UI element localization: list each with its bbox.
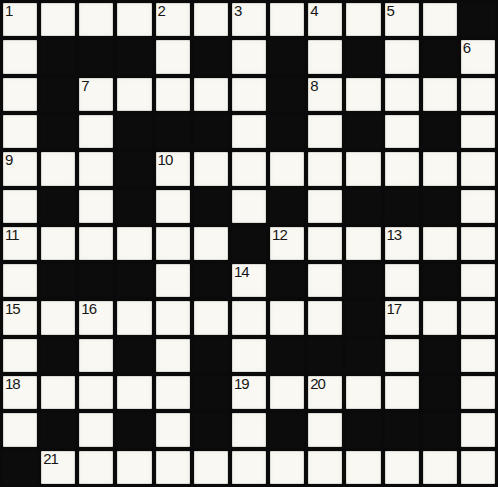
cell-r9c11[interactable]: 17	[385, 301, 419, 334]
cell-r1c9[interactable]: 4	[308, 3, 342, 36]
cell-r1c7[interactable]: 3	[232, 3, 266, 36]
clue-number-20: 20	[310, 376, 325, 392]
cell-r9c8[interactable]	[270, 301, 304, 334]
cell-r9c5[interactable]	[156, 301, 190, 334]
cell-r13c11[interactable]	[385, 451, 419, 484]
cell-r1c10[interactable]	[346, 3, 380, 36]
block-cell-r6c2	[41, 190, 75, 223]
cell-r8c9[interactable]	[308, 264, 342, 297]
block-cell-r2c10	[346, 40, 380, 73]
cell-r4c13[interactable]	[461, 115, 495, 148]
cell-r7c2[interactable]	[41, 227, 75, 260]
clue-number-6: 6	[463, 40, 470, 56]
block-cell-r8c3	[79, 264, 113, 297]
block-cell-r8c4	[117, 264, 151, 297]
block-cell-r8c10	[346, 264, 380, 297]
clue-number-14: 14	[234, 264, 249, 280]
cell-r6c1[interactable]	[3, 190, 37, 223]
clue-number-4: 4	[310, 3, 317, 19]
cell-r11c13[interactable]	[461, 376, 495, 409]
crossword-board: 123456789101112131415161718192021	[0, 0, 498, 487]
clue-number-15: 15	[5, 301, 20, 317]
cell-r5c1[interactable]: 9	[3, 152, 37, 185]
block-cell-r2c4	[117, 40, 151, 73]
block-cell-r2c3	[79, 40, 113, 73]
cell-r9c6[interactable]	[194, 301, 228, 334]
block-cell-r6c6	[194, 190, 228, 223]
cell-r12c1[interactable]	[3, 413, 37, 446]
cell-r5c10[interactable]	[346, 152, 380, 185]
block-cell-r6c11	[385, 190, 419, 223]
cell-r2c1[interactable]	[3, 40, 37, 73]
clue-number-12: 12	[272, 227, 287, 243]
cell-r11c11[interactable]	[385, 376, 419, 409]
cell-r10c11[interactable]	[385, 339, 419, 372]
block-cell-r6c10	[346, 190, 380, 223]
cell-r2c9[interactable]	[308, 40, 342, 73]
cell-r5c11[interactable]	[385, 152, 419, 185]
block-cell-r4c2	[41, 115, 75, 148]
cell-r8c13[interactable]	[461, 264, 495, 297]
cell-r12c7[interactable]	[232, 413, 266, 446]
cell-r13c5[interactable]	[156, 451, 190, 484]
cell-r7c9[interactable]	[308, 227, 342, 260]
block-cell-r11c12	[423, 376, 457, 409]
cell-r10c7[interactable]	[232, 339, 266, 372]
clue-number-18: 18	[5, 376, 20, 392]
cell-r9c4[interactable]	[117, 301, 151, 334]
block-cell-r8c12	[423, 264, 457, 297]
block-cell-r4c5	[156, 115, 190, 148]
cell-r10c3[interactable]	[79, 339, 113, 372]
cell-r1c11[interactable]: 5	[385, 3, 419, 36]
cell-r11c2[interactable]	[41, 376, 75, 409]
cell-r1c2[interactable]	[41, 3, 75, 36]
block-cell-r8c2	[41, 264, 75, 297]
block-cell-r4c8	[270, 115, 304, 148]
block-cell-r10c9	[308, 339, 342, 372]
cell-r10c5[interactable]	[156, 339, 190, 372]
cell-r3c7[interactable]	[232, 78, 266, 111]
cell-r10c1[interactable]	[3, 339, 37, 372]
cell-r11c3[interactable]	[79, 376, 113, 409]
cell-r2c13[interactable]: 6	[461, 40, 495, 73]
cell-r7c1[interactable]: 11	[3, 227, 37, 260]
block-cell-r1c13	[461, 3, 495, 36]
cell-r7c10[interactable]	[346, 227, 380, 260]
block-cell-r4c10	[346, 115, 380, 148]
cell-r3c1[interactable]	[3, 78, 37, 111]
cell-r9c13[interactable]	[461, 301, 495, 334]
cell-r13c6[interactable]	[194, 451, 228, 484]
cell-r1c3[interactable]	[79, 3, 113, 36]
clue-number-13: 13	[387, 227, 402, 243]
clue-number-19: 19	[234, 376, 249, 392]
cell-r3c5[interactable]	[156, 78, 190, 111]
cell-r13c13[interactable]	[461, 451, 495, 484]
cell-r2c5[interactable]	[156, 40, 190, 73]
block-cell-r3c8	[270, 78, 304, 111]
cell-r9c2[interactable]	[41, 301, 75, 334]
clue-number-11: 11	[5, 227, 19, 243]
cell-r5c3[interactable]	[79, 152, 113, 185]
block-cell-r10c8	[270, 339, 304, 372]
cell-r3c9[interactable]: 8	[308, 78, 342, 111]
cell-r7c13[interactable]	[461, 227, 495, 260]
cell-r7c11[interactable]: 13	[385, 227, 419, 260]
cell-r6c7[interactable]	[232, 190, 266, 223]
clue-number-21: 21	[43, 451, 58, 467]
cell-r11c10[interactable]	[346, 376, 380, 409]
cell-r9c7[interactable]	[232, 301, 266, 334]
cell-r13c8[interactable]	[270, 451, 304, 484]
block-cell-r3c2	[41, 78, 75, 111]
cell-r4c7[interactable]	[232, 115, 266, 148]
cell-r11c9[interactable]: 20	[308, 376, 342, 409]
cell-r8c11[interactable]	[385, 264, 419, 297]
block-cell-r10c12	[423, 339, 457, 372]
block-cell-r12c2	[41, 413, 75, 446]
cell-r2c11[interactable]	[385, 40, 419, 73]
block-cell-r2c8	[270, 40, 304, 73]
cell-r10c13[interactable]	[461, 339, 495, 372]
cell-r8c1[interactable]	[3, 264, 37, 297]
cell-r12c9[interactable]	[308, 413, 342, 446]
clue-number-9: 9	[5, 152, 12, 168]
cell-r11c5[interactable]	[156, 376, 190, 409]
cell-r13c10[interactable]	[346, 451, 380, 484]
cell-r3c10[interactable]	[346, 78, 380, 111]
cell-r5c6[interactable]	[194, 152, 228, 185]
block-cell-r12c11	[385, 413, 419, 446]
block-cell-r11c6	[194, 376, 228, 409]
cell-r5c8[interactable]	[270, 152, 304, 185]
cell-r13c7[interactable]	[232, 451, 266, 484]
cell-r2c7[interactable]	[232, 40, 266, 73]
cell-r7c8[interactable]: 12	[270, 227, 304, 260]
block-cell-r4c6	[194, 115, 228, 148]
cell-r6c9[interactable]	[308, 190, 342, 223]
cell-r5c12[interactable]	[423, 152, 457, 185]
block-cell-r12c6	[194, 413, 228, 446]
cell-r3c4[interactable]	[117, 78, 151, 111]
cell-r7c3[interactable]	[79, 227, 113, 260]
cell-r8c5[interactable]	[156, 264, 190, 297]
clue-number-1: 1	[5, 3, 12, 19]
cell-r7c12[interactable]	[423, 227, 457, 260]
cell-r7c6[interactable]	[194, 227, 228, 260]
block-cell-r5c4	[117, 152, 151, 185]
block-cell-r6c4	[117, 190, 151, 223]
clue-number-16: 16	[81, 301, 96, 317]
block-cell-r2c12	[423, 40, 457, 73]
cell-r5c9[interactable]	[308, 152, 342, 185]
cell-r4c9[interactable]	[308, 115, 342, 148]
block-cell-r4c12	[423, 115, 457, 148]
block-cell-r7c7	[232, 227, 266, 260]
block-cell-r2c6	[194, 40, 228, 73]
cell-r1c4[interactable]	[117, 3, 151, 36]
cell-r1c5[interactable]: 2	[156, 3, 190, 36]
clue-number-17: 17	[387, 301, 402, 317]
cell-r4c3[interactable]	[79, 115, 113, 148]
cell-r3c13[interactable]	[461, 78, 495, 111]
clue-number-2: 2	[158, 3, 165, 19]
cell-r4c11[interactable]	[385, 115, 419, 148]
cell-r13c9[interactable]	[308, 451, 342, 484]
block-cell-r8c6	[194, 264, 228, 297]
cell-r3c3[interactable]: 7	[79, 78, 113, 111]
cell-r9c12[interactable]	[423, 301, 457, 334]
cell-r12c13[interactable]	[461, 413, 495, 446]
cell-r5c13[interactable]	[461, 152, 495, 185]
cell-r13c4[interactable]	[117, 451, 151, 484]
block-cell-r6c8	[270, 190, 304, 223]
block-cell-r9c10	[346, 301, 380, 334]
clue-number-10: 10	[158, 152, 173, 168]
block-cell-r10c6	[194, 339, 228, 372]
cell-r12c3[interactable]	[79, 413, 113, 446]
cell-r6c13[interactable]	[461, 190, 495, 223]
cell-r9c1[interactable]: 15	[3, 301, 37, 334]
cell-r12c5[interactable]	[156, 413, 190, 446]
cell-r5c7[interactable]	[232, 152, 266, 185]
cell-r13c2[interactable]: 21	[41, 451, 75, 484]
block-cell-r12c12	[423, 413, 457, 446]
cell-r1c8[interactable]	[270, 3, 304, 36]
clue-number-5: 5	[387, 3, 394, 19]
block-cell-r10c10	[346, 339, 380, 372]
cell-r13c3[interactable]	[79, 451, 113, 484]
clue-number-3: 3	[234, 3, 241, 19]
block-cell-r12c4	[117, 413, 151, 446]
cell-r1c1[interactable]: 1	[3, 3, 37, 36]
cell-r3c12[interactable]	[423, 78, 457, 111]
block-cell-r4c4	[117, 115, 151, 148]
block-cell-r2c2	[41, 40, 75, 73]
block-cell-r10c2	[41, 339, 75, 372]
cell-r3c11[interactable]	[385, 78, 419, 111]
block-cell-r10c4	[117, 339, 151, 372]
block-cell-r6c12	[423, 190, 457, 223]
cell-r3c6[interactable]	[194, 78, 228, 111]
cell-r6c3[interactable]	[79, 190, 113, 223]
cell-r1c12[interactable]	[423, 3, 457, 36]
cell-r8c7[interactable]: 14	[232, 264, 266, 297]
cell-r13c12[interactable]	[423, 451, 457, 484]
cell-r9c3[interactable]: 16	[79, 301, 113, 334]
cell-r4c1[interactable]	[3, 115, 37, 148]
cell-r11c4[interactable]	[117, 376, 151, 409]
clue-number-7: 7	[81, 78, 88, 94]
block-cell-r8c8	[270, 264, 304, 297]
cell-r11c7[interactable]: 19	[232, 376, 266, 409]
cell-r1c6[interactable]	[194, 3, 228, 36]
cell-r5c5[interactable]: 10	[156, 152, 190, 185]
cell-r5c2[interactable]	[41, 152, 75, 185]
cell-r6c5[interactable]	[156, 190, 190, 223]
block-cell-r12c10	[346, 413, 380, 446]
cell-r9c9[interactable]	[308, 301, 342, 334]
cell-r7c5[interactable]	[156, 227, 190, 260]
block-cell-r13c1	[3, 451, 37, 484]
clue-number-8: 8	[310, 78, 317, 94]
cell-r11c8[interactable]	[270, 376, 304, 409]
cell-r11c1[interactable]: 18	[3, 376, 37, 409]
block-cell-r12c8	[270, 413, 304, 446]
cell-r7c4[interactable]	[117, 227, 151, 260]
